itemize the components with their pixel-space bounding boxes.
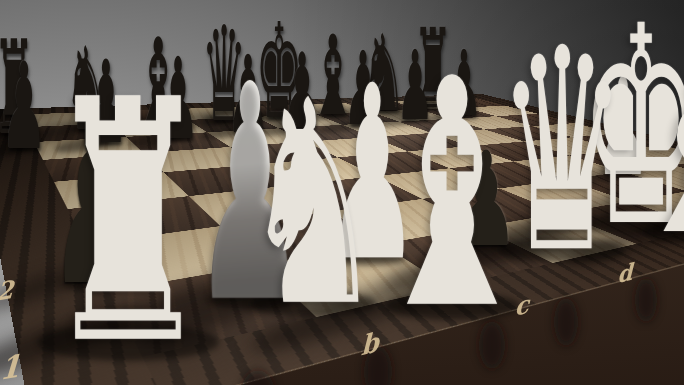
file-label-d: d <box>617 260 633 287</box>
file-label-b: b <box>361 328 380 359</box>
rank-label-2: 2 <box>0 277 14 305</box>
chess-scene: ♜♞♝♟♚♟♛♟♝♟♞♟♜♟♟♟♟♚♝♟♛♟♟♟♞♝♜ bcd12 <box>0 0 684 385</box>
file-label-c: c <box>514 292 529 320</box>
coordinate-labels: bcd12 <box>0 0 684 385</box>
rank-label-1: 1 <box>0 351 21 385</box>
